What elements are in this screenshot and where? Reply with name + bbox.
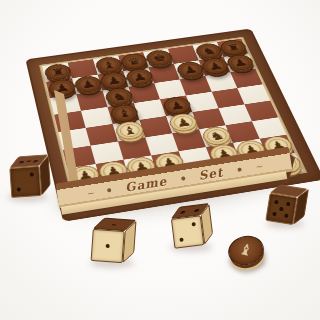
die-pip <box>180 237 185 242</box>
die-pip <box>274 200 278 204</box>
pawn-icon: ♟ <box>181 64 198 75</box>
pawn-icon: ♟ <box>206 61 224 72</box>
peg-hole <box>107 188 112 193</box>
wooden-die-light-1[interactable] <box>90 217 125 265</box>
wooden-die-dark-1[interactable] <box>9 155 42 199</box>
pawn-icon: ♟ <box>105 75 122 87</box>
die-pip <box>301 205 302 209</box>
die-front-face <box>171 215 204 248</box>
pawn-icon: ♟ <box>131 71 148 83</box>
die-pip <box>293 192 297 193</box>
peg-hole <box>181 176 186 181</box>
piece-black-rook-a8[interactable]: ♜ <box>43 63 73 82</box>
piece-white-pawn-e4[interactable]: ♟ <box>167 112 200 133</box>
pawn-icon: ♟ <box>54 82 71 94</box>
die-pip <box>284 214 288 218</box>
die-pip <box>272 212 276 216</box>
peg-hole <box>237 167 242 172</box>
die-front-face <box>91 229 125 263</box>
wooden-die-light-2[interactable] <box>170 204 205 249</box>
piece-black-pawn-b7[interactable]: ♟ <box>73 74 104 94</box>
king-icon: ♚ <box>151 52 168 63</box>
die-pip <box>279 207 283 211</box>
die-pip <box>29 173 33 177</box>
piece-black-bishop-c8[interactable]: ♝ <box>94 56 124 75</box>
bishop-icon: ♝ <box>237 241 254 259</box>
pawn-icon: ♟ <box>174 116 192 129</box>
wooden-die-dark-2[interactable] <box>265 183 299 227</box>
piece-black-pawn-d7[interactable]: ♟ <box>124 67 155 86</box>
die-pip <box>17 187 21 191</box>
knight-icon: ♞ <box>200 46 217 57</box>
die-pip <box>191 222 196 227</box>
engraving-set: Set <box>198 165 225 183</box>
rook-icon: ♜ <box>225 42 242 53</box>
pawn-icon: ♟ <box>168 99 186 111</box>
engraving-flourish: ~ <box>254 161 263 172</box>
die-pip <box>300 211 301 215</box>
wooden-game-set-scene: ♜♝♛♚♞♜♟♟♟♟♟♟♟♞♝♟♝♟♞♟♟♟♟♟♟♟♜♞♝♛♚♜ ~ Game … <box>0 0 320 320</box>
piece-black-bishop-c5[interactable]: ♝ <box>108 103 140 124</box>
die-pip <box>194 210 198 211</box>
die-pip <box>301 199 302 203</box>
bishop-icon: ♝ <box>121 124 139 137</box>
die-front-face <box>265 193 297 225</box>
queen-icon: ♛ <box>126 56 143 67</box>
knight-icon: ♞ <box>110 91 127 103</box>
rook-icon: ♜ <box>50 66 66 77</box>
piece-white-knight-f3[interactable]: ♞ <box>200 125 234 147</box>
piece-black-knight-c6[interactable]: ♞ <box>103 87 134 107</box>
piece-black-pawn-e5[interactable]: ♟ <box>161 95 193 116</box>
piece-black-king-e8[interactable]: ♚ <box>144 49 175 68</box>
piece-black-queen-d8[interactable]: ♛ <box>119 52 149 71</box>
piece-black-pawn-c7[interactable]: ♟ <box>99 71 130 90</box>
pawn-icon: ♟ <box>80 78 97 90</box>
die-pip <box>286 202 290 206</box>
knight-icon: ♞ <box>207 129 226 142</box>
die-pip <box>105 244 110 249</box>
engraving-flourish: ~ <box>85 187 94 198</box>
piece-black-pawn-a7[interactable]: ♟ <box>47 78 77 98</box>
bishop-icon: ♝ <box>115 107 133 119</box>
pawn-icon: ♟ <box>231 57 249 68</box>
die-front-face <box>9 166 41 198</box>
piece-black-pawn-f7[interactable]: ♟ <box>175 60 206 79</box>
piece-white-bishop-c4[interactable]: ♝ <box>114 120 147 142</box>
bishop-icon: ♝ <box>101 59 118 70</box>
